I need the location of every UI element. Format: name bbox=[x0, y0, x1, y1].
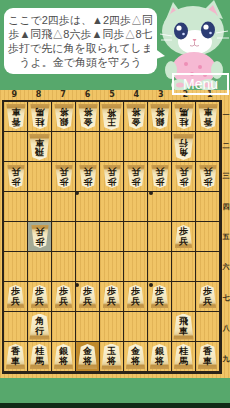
piece-lance-sente[interactable]: 香車 bbox=[198, 344, 218, 369]
piece-pawn-gote[interactable]: 歩兵 bbox=[55, 165, 73, 188]
square-4-8[interactable] bbox=[124, 312, 148, 342]
piece-rook-gote[interactable]: 飛車 bbox=[29, 134, 50, 160]
square-1-9[interactable]: 香車 bbox=[196, 342, 220, 372]
square-1-2[interactable] bbox=[196, 132, 220, 162]
piece-lance-gote[interactable]: 香車 bbox=[6, 104, 26, 129]
square-3-7[interactable]: 歩兵 bbox=[148, 282, 172, 312]
piece-knight-gote[interactable]: 桂馬 bbox=[30, 104, 50, 129]
square-6-2[interactable] bbox=[76, 132, 100, 162]
square-2-1[interactable]: 桂馬 bbox=[172, 102, 196, 132]
tutorial-text: ここで2四歩は、▲2四歩△同歩▲同飛△8六歩▲同歩△8七歩打で先に角を取られてし… bbox=[7, 13, 154, 69]
rank-labels: 一二三四五六七八九 bbox=[222, 100, 230, 374]
square-3-4[interactable] bbox=[148, 192, 172, 222]
piece-pawn-gote[interactable]: 歩兵 bbox=[151, 165, 169, 188]
square-3-8[interactable] bbox=[148, 312, 172, 342]
square-9-3[interactable]: 歩兵 bbox=[4, 162, 28, 192]
piece-gold-sente[interactable]: 金将 bbox=[78, 344, 98, 369]
square-8-9[interactable]: 桂馬 bbox=[28, 342, 52, 372]
square-7-4[interactable] bbox=[52, 192, 76, 222]
piece-knight-gote[interactable]: 桂馬 bbox=[174, 104, 194, 129]
square-9-7[interactable]: 歩兵 bbox=[4, 282, 28, 312]
square-7-3[interactable]: 歩兵 bbox=[52, 162, 76, 192]
app-root: ここで2四歩は、▲2四歩△同歩▲同飛△8六歩▲同歩△8七歩打で先に角を取られてし… bbox=[0, 0, 230, 408]
square-6-1[interactable]: 金将 bbox=[76, 102, 100, 132]
square-7-9[interactable]: 銀将 bbox=[52, 342, 76, 372]
square-3-1[interactable]: 銀将 bbox=[148, 102, 172, 132]
square-7-6[interactable] bbox=[52, 252, 76, 282]
file-label-3: 3 bbox=[149, 90, 173, 100]
square-4-3[interactable]: 歩兵 bbox=[124, 162, 148, 192]
piece-pawn-sente[interactable]: 歩兵 bbox=[127, 285, 145, 308]
square-3-6[interactable] bbox=[148, 252, 172, 282]
file-label-9: 9 bbox=[2, 90, 26, 100]
square-1-3[interactable]: 歩兵 bbox=[196, 162, 220, 192]
square-7-1[interactable]: 銀将 bbox=[52, 102, 76, 132]
square-5-6[interactable] bbox=[100, 252, 124, 282]
square-4-2[interactable] bbox=[124, 132, 148, 162]
square-6-4[interactable] bbox=[76, 192, 100, 222]
piece-pawn-sente[interactable]: 歩兵 bbox=[175, 225, 193, 248]
rank-label-7: 七 bbox=[222, 283, 230, 313]
square-5-3[interactable]: 歩兵 bbox=[100, 162, 124, 192]
square-5-9[interactable]: 玉将 bbox=[100, 342, 124, 372]
square-2-4[interactable] bbox=[172, 192, 196, 222]
piece-pawn-gote[interactable]: 歩兵 bbox=[199, 165, 217, 188]
square-4-5[interactable] bbox=[124, 222, 148, 252]
square-4-7[interactable]: 歩兵 bbox=[124, 282, 148, 312]
bottom-bar bbox=[0, 403, 230, 408]
square-7-2[interactable] bbox=[52, 132, 76, 162]
square-9-2[interactable] bbox=[4, 132, 28, 162]
speech-bubble: ここで2四歩は、▲2四歩△同歩▲同飛△8六歩▲同歩△8七歩打で先に角を取られてし… bbox=[4, 8, 157, 74]
piece-gold-gote[interactable]: 金将 bbox=[126, 104, 146, 129]
file-label-4: 4 bbox=[124, 90, 148, 100]
square-6-5[interactable] bbox=[76, 222, 100, 252]
piece-pawn-sente[interactable]: 歩兵 bbox=[151, 285, 169, 308]
piece-silver-sente[interactable]: 銀将 bbox=[150, 344, 170, 369]
square-8-2[interactable]: 飛車 bbox=[28, 132, 52, 162]
piece-knight-sente[interactable]: 桂馬 bbox=[30, 344, 50, 369]
square-4-1[interactable]: 金将 bbox=[124, 102, 148, 132]
square-5-2[interactable] bbox=[100, 132, 124, 162]
square-2-8[interactable]: 飛車 bbox=[172, 312, 196, 342]
piece-pawn-gote[interactable]: 歩兵 bbox=[127, 165, 145, 188]
square-3-3[interactable]: 歩兵 bbox=[148, 162, 172, 192]
star-point bbox=[75, 283, 79, 287]
piece-silver-sente[interactable]: 銀将 bbox=[54, 344, 74, 369]
square-9-4[interactable] bbox=[4, 192, 28, 222]
square-8-3[interactable] bbox=[28, 162, 52, 192]
square-5-7[interactable]: 歩兵 bbox=[100, 282, 124, 312]
rank-label-8: 八 bbox=[222, 313, 230, 343]
piece-bishop-gote[interactable]: 角行 bbox=[173, 134, 194, 160]
file-label-7: 7 bbox=[51, 90, 75, 100]
square-2-5[interactable]: 歩兵 bbox=[172, 222, 196, 252]
square-8-7[interactable]: 歩兵 bbox=[28, 282, 52, 312]
menu-button[interactable]: Menu bbox=[172, 73, 229, 95]
piece-lance-sente[interactable]: 香車 bbox=[6, 344, 26, 369]
square-9-8[interactable] bbox=[4, 312, 28, 342]
piece-silver-gote[interactable]: 銀将 bbox=[54, 104, 74, 129]
square-5-5[interactable] bbox=[100, 222, 124, 252]
square-2-9[interactable]: 桂馬 bbox=[172, 342, 196, 372]
square-3-9[interactable]: 銀将 bbox=[148, 342, 172, 372]
square-3-2[interactable] bbox=[148, 132, 172, 162]
shogi-board: 987654321 一二三四五六七八九 香車桂馬銀将金将王将金将銀将桂馬香車飛車… bbox=[0, 90, 230, 378]
square-7-5[interactable] bbox=[52, 222, 76, 252]
piece-gold-gote[interactable]: 金将 bbox=[78, 104, 98, 129]
square-5-4[interactable] bbox=[100, 192, 124, 222]
file-label-6: 6 bbox=[75, 90, 99, 100]
piece-king-gote[interactable]: 王将 bbox=[101, 104, 122, 130]
square-1-8[interactable] bbox=[196, 312, 220, 342]
piece-pawn-sente[interactable]: 歩兵 bbox=[103, 285, 121, 308]
rank-label-2: 二 bbox=[222, 130, 230, 160]
square-2-7[interactable] bbox=[172, 282, 196, 312]
star-point bbox=[149, 191, 153, 195]
square-1-1[interactable]: 香車 bbox=[196, 102, 220, 132]
square-7-8[interactable] bbox=[52, 312, 76, 342]
piece-pawn-sente[interactable]: 歩兵 bbox=[31, 285, 49, 308]
piece-knight-sente[interactable]: 桂馬 bbox=[174, 344, 194, 369]
file-label-5: 5 bbox=[100, 90, 124, 100]
square-3-5[interactable] bbox=[148, 222, 172, 252]
piece-pawn-sente[interactable]: 歩兵 bbox=[79, 285, 97, 308]
square-2-6[interactable] bbox=[172, 252, 196, 282]
file-label-8: 8 bbox=[26, 90, 50, 100]
square-8-6[interactable] bbox=[28, 252, 52, 282]
speech-bubble-tail bbox=[150, 44, 166, 64]
piece-pawn-gote[interactable]: 歩兵 bbox=[175, 165, 193, 188]
square-1-6[interactable] bbox=[196, 252, 220, 282]
square-9-5[interactable] bbox=[4, 222, 28, 252]
square-8-8[interactable]: 角行 bbox=[28, 312, 52, 342]
square-4-9[interactable]: 金将 bbox=[124, 342, 148, 372]
square-9-6[interactable] bbox=[4, 252, 28, 282]
square-1-4[interactable] bbox=[196, 192, 220, 222]
square-4-6[interactable] bbox=[124, 252, 148, 282]
square-6-6[interactable] bbox=[76, 252, 100, 282]
square-8-5[interactable]: 歩兵 bbox=[28, 222, 52, 252]
piece-bishop-sente[interactable]: 角行 bbox=[29, 314, 50, 340]
square-5-8[interactable] bbox=[100, 312, 124, 342]
square-8-4[interactable] bbox=[28, 192, 52, 222]
square-4-4[interactable] bbox=[124, 192, 148, 222]
square-6-8[interactable] bbox=[76, 312, 100, 342]
board-grid: 香車桂馬銀将金将王将金将銀将桂馬香車飛車角行歩兵歩兵歩兵歩兵歩兵歩兵歩兵歩兵歩兵… bbox=[2, 100, 222, 374]
square-9-9[interactable]: 香車 bbox=[4, 342, 28, 372]
piece-pawn-gote[interactable]: 歩兵 bbox=[31, 225, 49, 248]
cat-eye-left bbox=[174, 23, 188, 40]
square-7-7[interactable]: 歩兵 bbox=[52, 282, 76, 312]
piece-pawn-gote[interactable]: 歩兵 bbox=[79, 165, 97, 188]
rank-label-1: 一 bbox=[222, 100, 230, 130]
piece-silver-gote[interactable]: 銀将 bbox=[150, 104, 170, 129]
piece-gold-sente[interactable]: 金将 bbox=[126, 344, 146, 369]
piece-lance-gote[interactable]: 香車 bbox=[198, 104, 218, 129]
square-5-1[interactable]: 王将 bbox=[100, 102, 124, 132]
piece-pawn-sente[interactable]: 歩兵 bbox=[199, 285, 217, 308]
star-point bbox=[75, 191, 79, 195]
piece-pawn-sente[interactable]: 歩兵 bbox=[7, 285, 25, 308]
square-6-3[interactable]: 歩兵 bbox=[76, 162, 100, 192]
rank-label-9: 九 bbox=[222, 344, 230, 374]
square-9-1[interactable]: 香車 bbox=[4, 102, 28, 132]
square-2-3[interactable]: 歩兵 bbox=[172, 162, 196, 192]
square-1-5[interactable] bbox=[196, 222, 220, 252]
piece-pawn-sente[interactable]: 歩兵 bbox=[55, 285, 73, 308]
piece-pawn-gote[interactable]: 歩兵 bbox=[7, 165, 25, 188]
square-6-7[interactable]: 歩兵 bbox=[76, 282, 100, 312]
piece-king-sente[interactable]: 玉将 bbox=[101, 344, 122, 370]
square-2-2[interactable]: 角行 bbox=[172, 132, 196, 162]
square-6-9[interactable]: 金将 bbox=[76, 342, 100, 372]
cat-eye-right bbox=[201, 22, 215, 39]
star-point bbox=[149, 283, 153, 287]
rank-label-4: 四 bbox=[222, 191, 230, 221]
rank-label-3: 三 bbox=[222, 161, 230, 191]
piece-rook-sente[interactable]: 飛車 bbox=[173, 314, 194, 340]
piece-pawn-gote[interactable]: 歩兵 bbox=[103, 165, 121, 188]
square-1-7[interactable]: 歩兵 bbox=[196, 282, 220, 312]
rank-label-6: 六 bbox=[222, 252, 230, 282]
rank-label-5: 五 bbox=[222, 222, 230, 252]
square-8-1[interactable]: 桂馬 bbox=[28, 102, 52, 132]
